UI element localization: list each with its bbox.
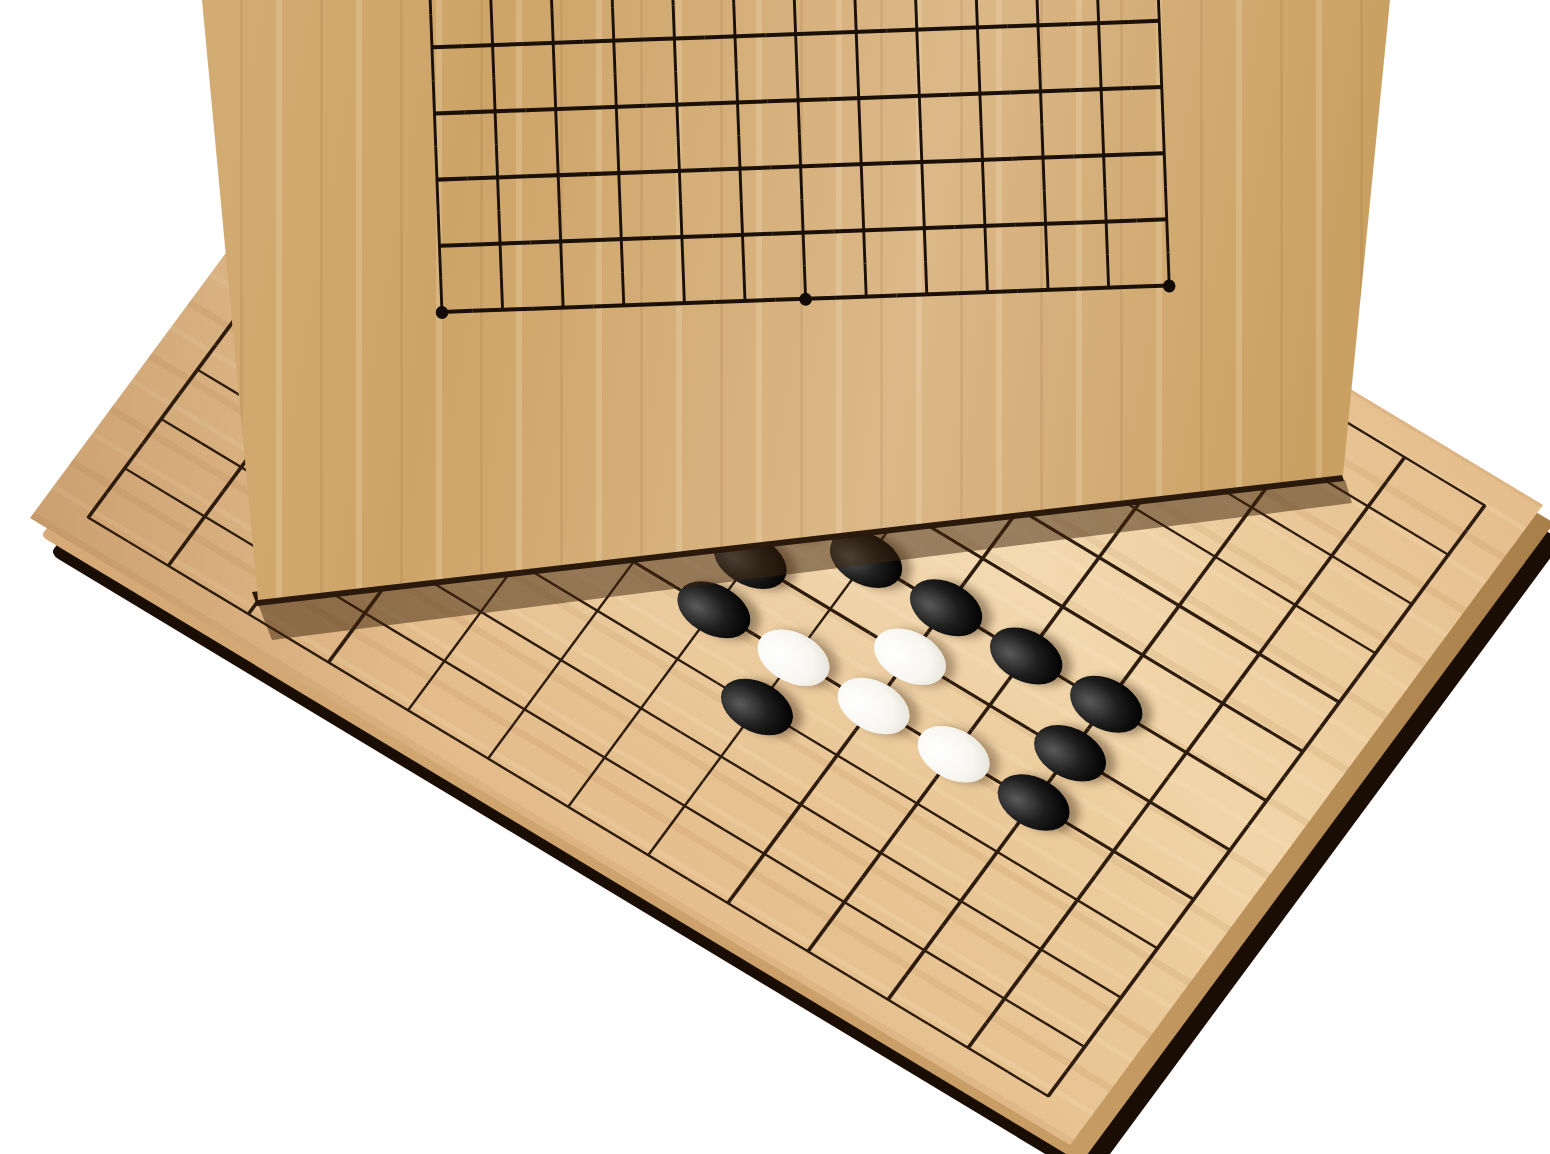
grid-line-horizontal [87,492,108,518]
grid-line-horizontal [898,778,937,829]
grid-line-horizontal [487,733,508,759]
grid-line-horizontal [781,779,820,830]
grid-line-horizontal [178,344,217,395]
grid-line-horizontal [861,828,900,879]
grid-line-horizontal [185,491,224,542]
intersection [1072,121,1135,189]
grid-line-vertical [500,277,504,310]
intersection [1138,251,1201,319]
grid-line-horizontal [978,827,1017,878]
intersection [400,13,463,81]
intersection [405,145,468,213]
grid-line-vertical [1262,726,1304,752]
grid-line-horizontal [1129,19,1159,24]
grid-line-horizontal [437,177,467,182]
intersection [769,132,832,200]
grid-line-vertical [742,268,746,301]
intersection [832,196,895,264]
intersection [585,73,648,141]
grid-line-horizontal [439,243,469,248]
grid-line-horizontal [665,780,704,831]
grid-line-vertical [1007,1071,1049,1097]
grid-line-horizontal [593,303,654,309]
intersection [1135,185,1198,253]
grid-line-vertical [608,0,614,8]
grid-line-horizontal [701,731,740,782]
grid-line-horizontal [167,540,188,566]
intersection [522,9,585,77]
intersection [1014,190,1077,258]
intersection [587,139,650,207]
grid-line-horizontal [985,973,1024,1024]
intersection [893,194,956,262]
star-point [799,292,812,305]
intersection [890,128,953,196]
grid-line-horizontal [1276,579,1315,630]
grid-line-horizontal [905,925,944,976]
intersection [1016,256,1079,324]
intersection [466,143,529,211]
grid-line-vertical [1226,776,1268,802]
grid-line-horizontal [533,305,594,311]
intersection [951,126,1014,194]
intersection [706,68,769,136]
intersection [461,11,524,79]
grid-line-horizontal [1160,580,1199,631]
grid-line-vertical [1117,923,1159,949]
grid-line-horizontal [432,45,462,50]
grid-line-horizontal [1320,677,1359,728]
grid-line-horizontal [425,636,464,687]
grid-line-vertical [197,369,239,395]
intersection [1070,55,1133,123]
intersection [590,205,653,273]
grid-line-vertical [621,272,625,305]
intersection [827,64,890,132]
grid-line-horizontal [1349,481,1388,532]
intersection [708,134,771,202]
grid-line-vertical [560,274,564,307]
grid-line-vertical [87,516,129,542]
grid-line-horizontal [621,683,660,734]
grid-line-horizontal [1247,775,1286,826]
grid-line-horizontal [1210,825,1249,876]
intersection [825,0,888,66]
grid-line-horizontal [541,635,580,686]
intersection [1006,0,1069,59]
intersection [711,201,774,269]
grid-line-horizontal [1283,726,1322,777]
grid-line-vertical [548,0,554,10]
grid-line-vertical [1080,973,1122,999]
grid-line-horizontal [941,876,980,927]
intersection [1009,57,1072,125]
grid-line-horizontal [1203,678,1242,729]
grid-line-horizontal [715,298,776,304]
intersection [764,0,827,68]
intersection [885,0,948,64]
intersection [592,271,655,339]
intersection [648,137,711,205]
grid-line-horizontal [327,637,348,663]
intersection [403,79,466,147]
grid-line-horizontal [1021,924,1060,975]
grid-line-horizontal [1094,826,1133,877]
intersection [888,62,951,130]
grid-line-vertical [1035,0,1041,58]
grid-line-vertical [1298,677,1340,703]
intersection [703,2,766,70]
grid-line-vertical [1106,255,1110,288]
upright-board-grid [395,0,1200,346]
grid-line-horizontal [1196,531,1235,582]
intersection [948,59,1011,127]
grid-line-horizontal [1167,727,1206,778]
grid-line-horizontal [896,292,957,298]
intersection [767,66,830,134]
grid-line-vertical [427,0,433,14]
grid-line-vertical [924,261,928,294]
intersection [1077,254,1140,322]
intersection [1075,187,1138,255]
intersection [1067,0,1130,57]
grid-line-vertical [1371,579,1413,605]
grid-line-vertical [1153,874,1195,900]
grid-line-horizontal [1138,923,1177,974]
intersection [895,260,958,328]
grid-line-horizontal [818,730,857,781]
grid-line-horizontal [1174,874,1213,925]
grid-line-horizontal [434,111,464,116]
grid-line-horizontal [745,829,784,880]
grid-line-horizontal [141,394,180,445]
intersection [582,7,645,75]
grid-line-horizontal [1123,630,1162,681]
intersection [471,276,534,344]
intersection [464,77,527,145]
grid-line-vertical [682,270,686,303]
grid-line-horizontal [1078,285,1139,291]
intersection [772,198,835,266]
grid-line-horizontal [957,289,1018,295]
grid-line-vertical [863,263,867,296]
grid-line-horizontal [1065,1022,1104,1073]
grid-line-horizontal [887,974,908,1000]
grid-line-vertical [1408,530,1450,556]
intersection [953,192,1016,260]
grid-line-horizontal [105,443,144,494]
grid-line-horizontal [1018,287,1079,293]
grid-line-vertical [1044,1022,1086,1048]
grid-line-horizontal [472,307,533,313]
grid-line-horizontal [505,684,544,735]
grid-line-horizontal [971,680,1010,731]
intersection [529,207,592,275]
intersection [645,70,708,138]
grid-line-horizontal [1356,628,1395,679]
grid-line-horizontal [1080,532,1119,583]
grid-line-horizontal [585,732,624,783]
grid-line-vertical [124,467,166,493]
intersection [527,141,590,209]
grid-line-vertical [1189,825,1231,851]
intersection [643,4,706,72]
intersection [835,262,898,330]
intersection [830,130,893,198]
grid-line-horizontal [567,781,588,807]
grid-line-horizontal [1131,776,1170,827]
grid-line-vertical [1444,480,1486,506]
intersection [408,212,471,280]
grid-line-vertical [1096,0,1102,56]
grid-line-horizontal [1429,529,1468,580]
grid-line-horizontal [1240,629,1279,680]
grid-line-horizontal [1043,581,1082,632]
grid-line-horizontal [1131,85,1161,90]
intersection [410,278,473,346]
grid-line-horizontal [1136,218,1166,223]
grid-line-horizontal [811,583,850,634]
intersection [946,0,1009,62]
grid-line-horizontal [1134,151,1164,156]
intersection [956,258,1019,326]
grid-line-vertical [1045,257,1049,290]
intersection [469,209,532,277]
grid-line-horizontal [836,294,897,300]
intersection [524,75,587,143]
intersection [1011,123,1074,191]
grid-line-vertical [1335,628,1377,654]
grid-line-horizontal [807,926,828,952]
grid-line-vertical [975,0,981,61]
intersection [653,269,716,337]
grid-line-horizontal [1312,530,1351,581]
grid-line-horizontal [1058,875,1097,926]
grid-line-horizontal [407,685,428,711]
intersection [774,265,837,333]
grid-line-vertical [1156,0,1162,54]
grid-line-horizontal [967,1023,988,1049]
grid-line-horizontal [727,878,748,904]
grid-line-vertical [160,418,202,444]
star-point [1163,279,1176,292]
grid-line-horizontal [1047,1071,1068,1097]
intersection [532,273,595,341]
grid-line-vertical [487,0,493,12]
photo-stage [0,0,1550,1154]
grid-line-horizontal [1392,578,1431,629]
grid-line-horizontal [1465,505,1486,531]
intersection [1130,53,1193,121]
grid-line-horizontal [1385,456,1406,482]
grid-line-horizontal [654,300,715,306]
grid-line-horizontal [647,830,668,856]
grid-line-horizontal [825,877,864,928]
grid-line-horizontal [658,634,697,685]
intersection [1128,0,1191,55]
star-point [435,305,448,318]
intersection [1133,119,1196,187]
grid-line-horizontal [1101,972,1140,1023]
grid-line-vertical [985,259,989,292]
intersection [650,203,713,271]
intersection [713,267,776,335]
